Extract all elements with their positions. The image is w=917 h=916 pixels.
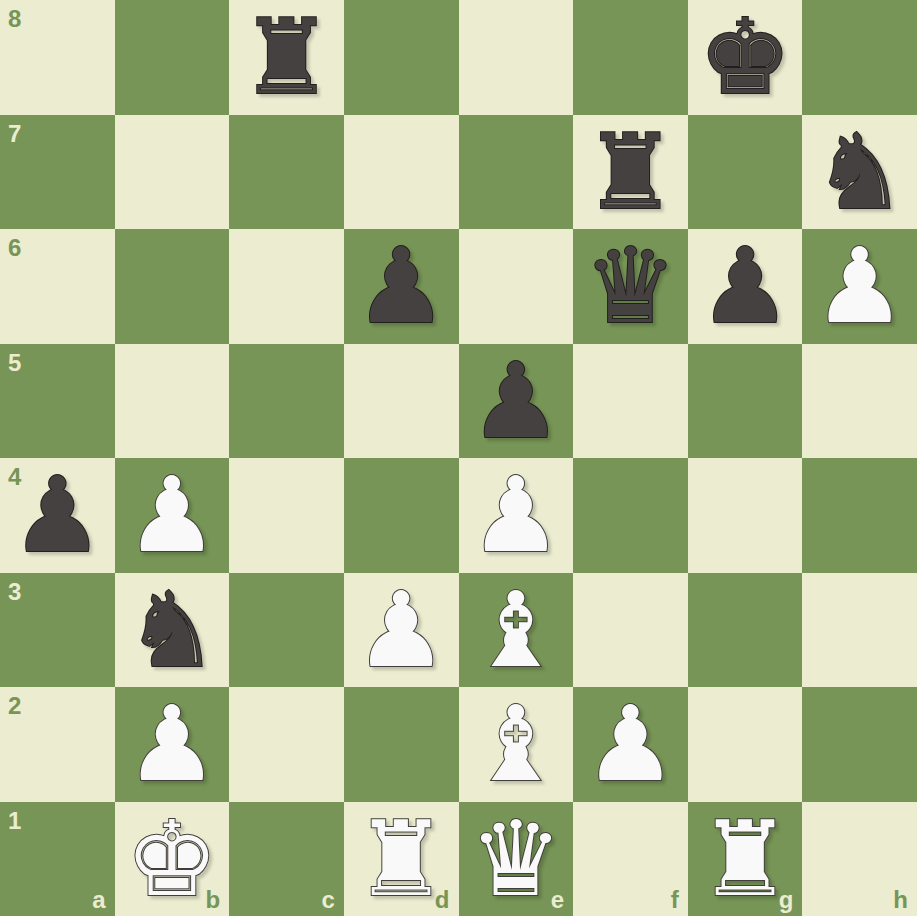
square-f8[interactable] [573, 0, 688, 115]
file-label-a: a [92, 888, 105, 912]
chess-board-container: 8♜♚7♜♞6♟♛♟♟5♟4♟♟♟3♞♟♝2♟♝♟1ab♚cd♜e♛fg♜h [0, 0, 917, 916]
black-knight[interactable]: ♞ [813, 115, 906, 229]
square-d4[interactable] [344, 458, 459, 573]
file-label-c: c [322, 888, 335, 912]
square-f7[interactable]: ♜ [573, 115, 688, 230]
black-pawn[interactable]: ♟ [11, 458, 104, 572]
square-e7[interactable] [459, 115, 574, 230]
white-pawn[interactable]: ♟ [355, 573, 448, 687]
square-f5[interactable] [573, 344, 688, 459]
black-rook[interactable]: ♜ [240, 0, 333, 114]
rank-label-3: 3 [8, 580, 21, 604]
square-g5[interactable] [688, 344, 803, 459]
square-f4[interactable] [573, 458, 688, 573]
file-label-d: d [435, 888, 450, 912]
rank-label-7: 7 [8, 122, 21, 146]
white-rook[interactable]: ♜ [698, 802, 791, 916]
square-g7[interactable] [688, 115, 803, 230]
square-h1[interactable]: h [802, 802, 917, 916]
square-e6[interactable] [459, 229, 574, 344]
square-e5[interactable]: ♟ [459, 344, 574, 459]
white-pawn[interactable]: ♟ [584, 687, 677, 801]
black-pawn[interactable]: ♟ [698, 229, 791, 343]
square-d6[interactable]: ♟ [344, 229, 459, 344]
square-g2[interactable] [688, 687, 803, 802]
white-king[interactable]: ♚ [125, 802, 218, 916]
file-label-f: f [671, 888, 679, 912]
white-queen[interactable]: ♛ [469, 802, 562, 916]
square-e1[interactable]: e♛ [459, 802, 574, 916]
rank-label-8: 8 [8, 7, 21, 31]
square-g8[interactable]: ♚ [688, 0, 803, 115]
square-d3[interactable]: ♟ [344, 573, 459, 688]
square-b6[interactable] [115, 229, 230, 344]
square-c4[interactable] [229, 458, 344, 573]
square-g6[interactable]: ♟ [688, 229, 803, 344]
square-f6[interactable]: ♛ [573, 229, 688, 344]
square-e8[interactable] [459, 0, 574, 115]
square-h3[interactable] [802, 573, 917, 688]
square-h6[interactable]: ♟ [802, 229, 917, 344]
black-pawn[interactable]: ♟ [355, 229, 448, 343]
square-c6[interactable] [229, 229, 344, 344]
square-c5[interactable] [229, 344, 344, 459]
rank-label-5: 5 [8, 351, 21, 375]
square-d7[interactable] [344, 115, 459, 230]
square-b8[interactable] [115, 0, 230, 115]
file-label-h: h [893, 888, 908, 912]
square-a8[interactable]: 8 [0, 0, 115, 115]
rank-label-4: 4 [8, 465, 21, 489]
square-b4[interactable]: ♟ [115, 458, 230, 573]
black-king[interactable]: ♚ [698, 0, 791, 114]
black-knight[interactable]: ♞ [125, 573, 218, 687]
file-label-g: g [779, 888, 794, 912]
square-b5[interactable] [115, 344, 230, 459]
chess-board: 8♜♚7♜♞6♟♛♟♟5♟4♟♟♟3♞♟♝2♟♝♟1ab♚cd♜e♛fg♜h [0, 0, 917, 916]
black-pawn[interactable]: ♟ [469, 344, 562, 458]
rank-label-2: 2 [8, 694, 21, 718]
square-h8[interactable] [802, 0, 917, 115]
file-label-b: b [206, 888, 221, 912]
square-a6[interactable]: 6 [0, 229, 115, 344]
rank-label-1: 1 [8, 809, 21, 833]
square-d1[interactable]: d♜ [344, 802, 459, 916]
square-h7[interactable]: ♞ [802, 115, 917, 230]
square-c1[interactable]: c [229, 802, 344, 916]
square-a3[interactable]: 3 [0, 573, 115, 688]
black-queen[interactable]: ♛ [584, 229, 677, 343]
square-b7[interactable] [115, 115, 230, 230]
white-bishop[interactable]: ♝ [469, 687, 562, 801]
square-e3[interactable]: ♝ [459, 573, 574, 688]
square-c2[interactable] [229, 687, 344, 802]
square-d8[interactable] [344, 0, 459, 115]
square-a1[interactable]: 1a [0, 802, 115, 916]
square-c3[interactable] [229, 573, 344, 688]
square-a2[interactable]: 2 [0, 687, 115, 802]
square-b2[interactable]: ♟ [115, 687, 230, 802]
rank-label-6: 6 [8, 236, 21, 260]
white-pawn[interactable]: ♟ [125, 687, 218, 801]
square-g1[interactable]: g♜ [688, 802, 803, 916]
file-label-e: e [551, 888, 564, 912]
square-g3[interactable] [688, 573, 803, 688]
square-d5[interactable] [344, 344, 459, 459]
white-bishop[interactable]: ♝ [469, 573, 562, 687]
square-h4[interactable] [802, 458, 917, 573]
white-rook[interactable]: ♜ [355, 802, 448, 916]
white-pawn[interactable]: ♟ [125, 458, 218, 572]
square-b3[interactable]: ♞ [115, 573, 230, 688]
square-h2[interactable] [802, 687, 917, 802]
square-a5[interactable]: 5 [0, 344, 115, 459]
square-c7[interactable] [229, 115, 344, 230]
square-a7[interactable]: 7 [0, 115, 115, 230]
square-g4[interactable] [688, 458, 803, 573]
square-f3[interactable] [573, 573, 688, 688]
white-pawn[interactable]: ♟ [813, 229, 906, 343]
square-f2[interactable]: ♟ [573, 687, 688, 802]
white-pawn[interactable]: ♟ [469, 458, 562, 572]
square-e4[interactable]: ♟ [459, 458, 574, 573]
black-rook[interactable]: ♜ [584, 115, 677, 229]
square-b1[interactable]: b♚ [115, 802, 230, 916]
square-h5[interactable] [802, 344, 917, 459]
square-c8[interactable]: ♜ [229, 0, 344, 115]
square-a4[interactable]: 4♟ [0, 458, 115, 573]
square-e2[interactable]: ♝ [459, 687, 574, 802]
square-d2[interactable] [344, 687, 459, 802]
square-f1[interactable]: f [573, 802, 688, 916]
